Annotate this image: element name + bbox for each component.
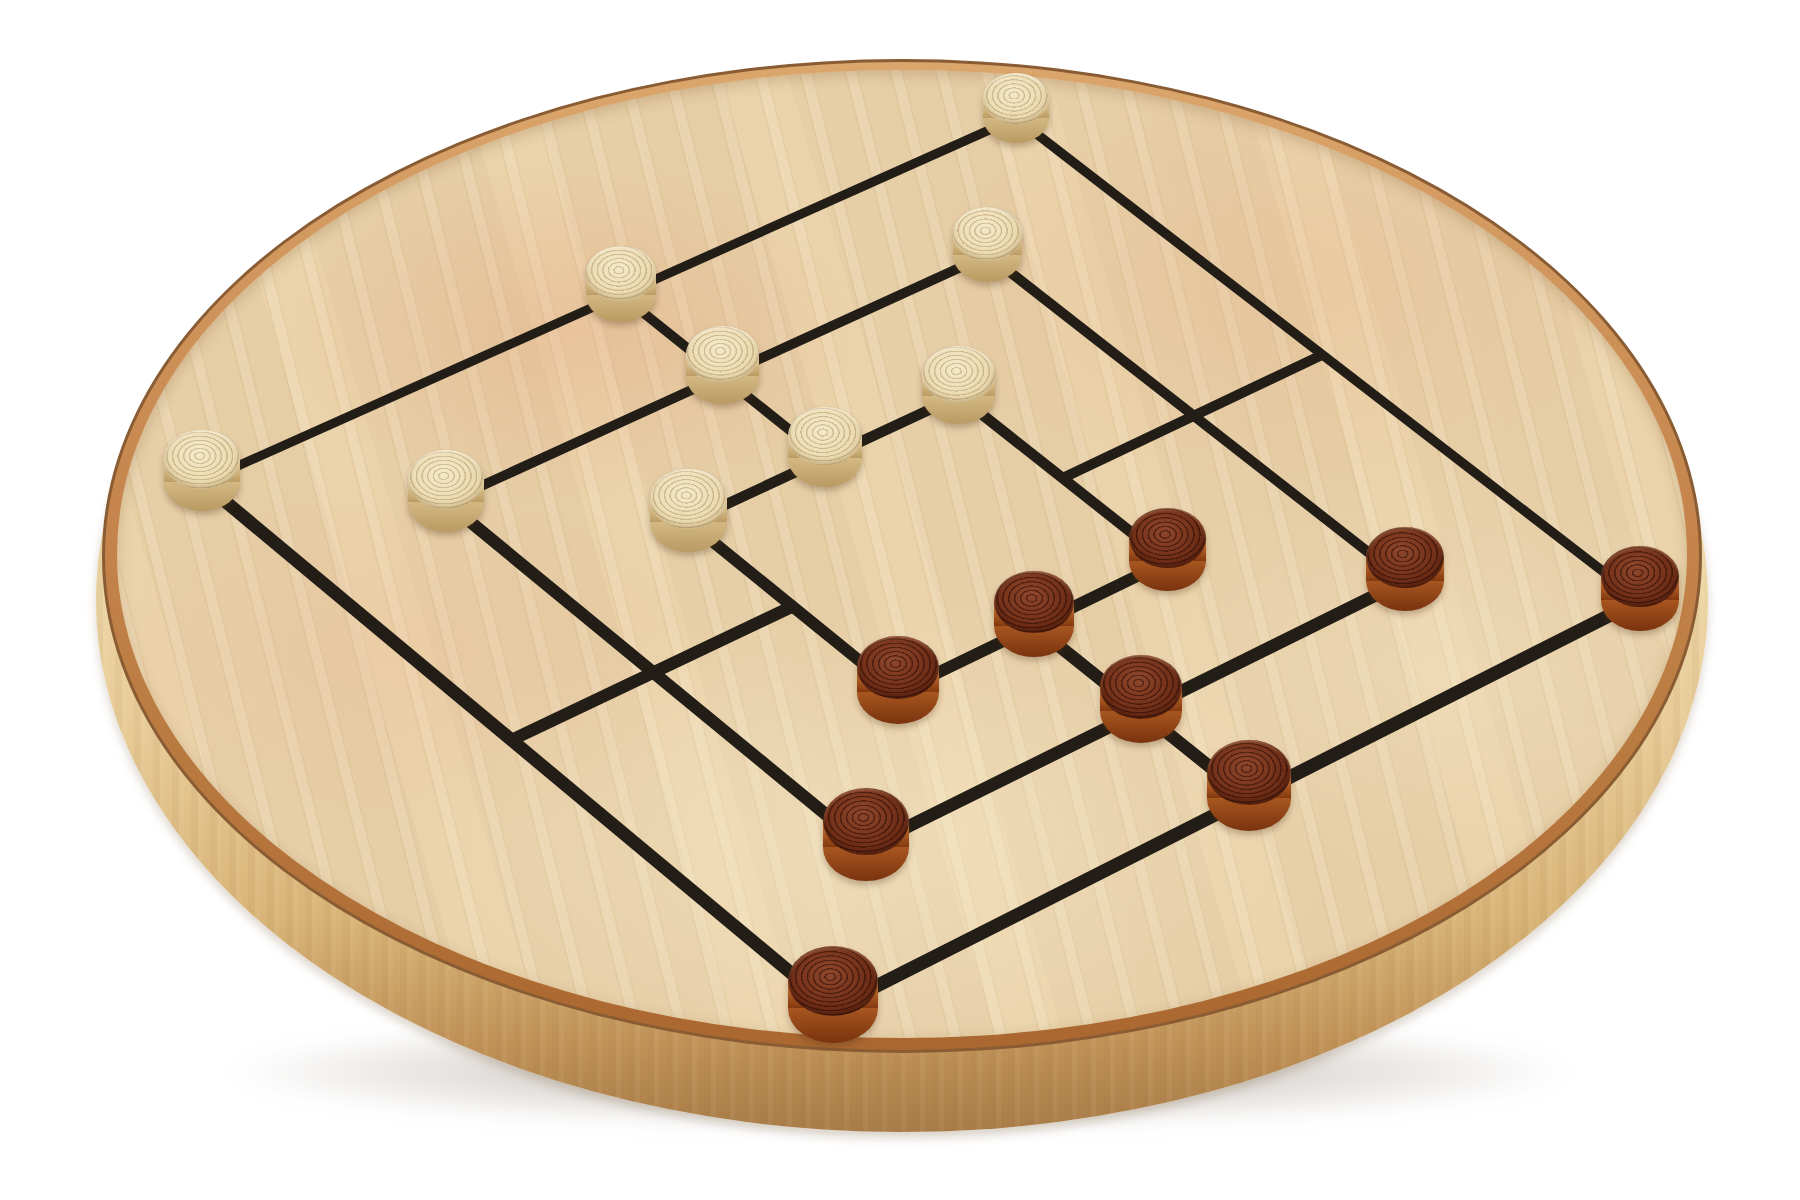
piece-top-rings (164, 430, 240, 489)
morris-board (0, 0, 1800, 1200)
piece-top-rings (408, 450, 484, 509)
black-piece[interactable] (823, 788, 909, 881)
white-piece[interactable] (953, 207, 1022, 282)
piece-top-rings (1100, 655, 1182, 719)
piece-top-rings (953, 207, 1022, 261)
piece-top-rings (1207, 740, 1291, 806)
white-piece[interactable] (164, 430, 240, 512)
piece-top-rings (650, 469, 727, 529)
black-piece[interactable] (1366, 527, 1444, 612)
piece-top-rings (994, 571, 1074, 633)
black-piece[interactable] (994, 571, 1074, 657)
piece-top-rings (922, 346, 995, 403)
photo-stage (0, 0, 1800, 1200)
piece-top-rings (1129, 508, 1207, 569)
white-piece[interactable] (650, 469, 727, 552)
white-piece[interactable] (408, 450, 484, 532)
black-piece[interactable] (788, 946, 878, 1043)
piece-top-rings (823, 788, 909, 855)
piece-top-rings (983, 73, 1048, 124)
piece-top-rings (586, 246, 656, 301)
piece-top-rings (788, 407, 863, 465)
piece-top-rings (1366, 527, 1444, 588)
black-piece[interactable] (1129, 508, 1207, 592)
piece-top-rings (857, 636, 938, 700)
white-piece[interactable] (586, 246, 656, 322)
black-piece[interactable] (1207, 740, 1291, 831)
piece-top-rings (1601, 546, 1680, 608)
black-piece[interactable] (1601, 546, 1680, 631)
piece-top-rings (788, 946, 878, 1016)
piece-top-rings (686, 326, 759, 383)
white-piece[interactable] (922, 346, 995, 425)
white-piece[interactable] (686, 326, 759, 404)
black-piece[interactable] (857, 636, 938, 724)
white-piece[interactable] (788, 407, 863, 488)
black-piece[interactable] (1100, 655, 1182, 744)
white-piece[interactable] (983, 73, 1048, 144)
